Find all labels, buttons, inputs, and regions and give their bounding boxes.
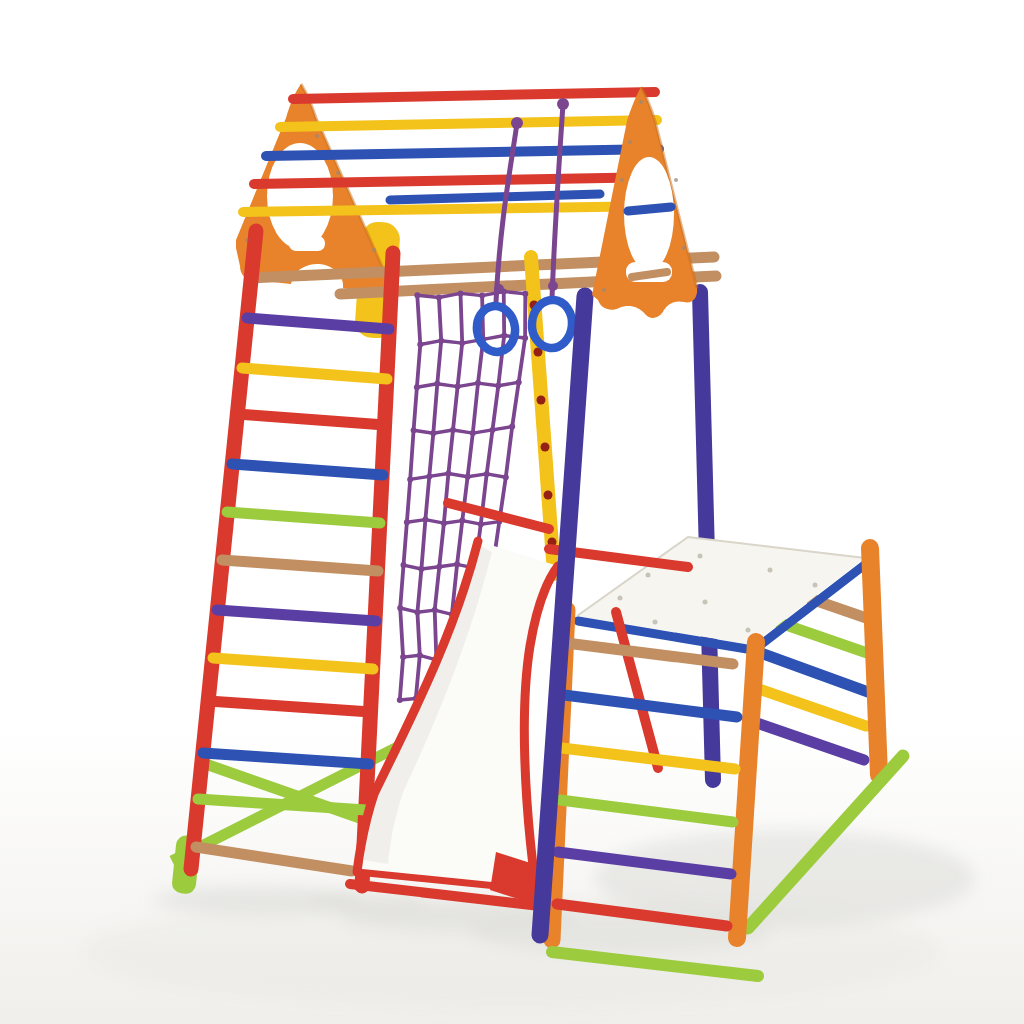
net-knot xyxy=(404,519,410,525)
net-knot xyxy=(422,517,428,523)
rope-knot-top-2 xyxy=(557,98,569,110)
net-knot xyxy=(470,430,476,436)
net-knot xyxy=(503,474,509,480)
play-gym-illustration xyxy=(0,0,1024,1024)
net-knot xyxy=(516,379,522,385)
net-knot xyxy=(495,383,501,389)
net-knot xyxy=(438,338,444,344)
net-knot xyxy=(426,473,432,479)
net-knot xyxy=(450,427,456,433)
net-rope xyxy=(504,292,526,294)
net-knot xyxy=(445,471,451,477)
net-knot xyxy=(501,333,507,339)
far-bar-through-cutout xyxy=(628,207,671,211)
net-knot xyxy=(401,562,407,568)
net-rope xyxy=(441,341,462,343)
net-knot xyxy=(475,380,481,386)
left-gable-slot-cutout xyxy=(289,236,325,251)
net-rope xyxy=(439,298,441,341)
roof-bar-5 xyxy=(243,206,663,212)
net-knot xyxy=(459,340,465,346)
net-knot xyxy=(432,607,438,613)
net-knot xyxy=(478,521,484,527)
net-knot xyxy=(414,292,420,298)
net-knot xyxy=(522,335,528,341)
rope-knot-bar-2 xyxy=(548,281,558,291)
net-rope xyxy=(417,612,419,655)
net-knot xyxy=(434,381,440,387)
net-knot xyxy=(459,518,465,524)
net-knot xyxy=(418,566,424,572)
roof-bar-2 xyxy=(280,120,657,127)
net-knot xyxy=(397,697,403,703)
net-knot xyxy=(407,476,413,482)
bench-post-rear-right xyxy=(870,548,879,775)
net-knot xyxy=(411,427,417,433)
net-knot xyxy=(490,427,496,433)
dowel-through-slot xyxy=(632,272,667,277)
net-knot xyxy=(458,290,464,296)
net-knot xyxy=(465,474,471,480)
product-photo-play-gym xyxy=(0,0,1024,1024)
net-knot xyxy=(454,561,460,567)
net-knot xyxy=(436,564,442,570)
shadow-broad xyxy=(82,897,942,1007)
net-knot xyxy=(400,654,406,660)
net-knot xyxy=(436,295,442,301)
net-knot xyxy=(484,471,490,477)
net-knot xyxy=(441,520,447,526)
net-knot xyxy=(417,342,423,348)
net-knot xyxy=(479,293,485,299)
net-knot xyxy=(417,652,423,658)
net-knot xyxy=(397,605,403,611)
net-knot xyxy=(455,384,461,390)
roof-bar-4 xyxy=(254,177,661,184)
rope-knot-bar-1 xyxy=(494,284,504,294)
net-knot xyxy=(509,424,515,430)
roof-bar-3 xyxy=(266,149,659,156)
roof-bar-far-blue xyxy=(390,194,600,200)
net-knot xyxy=(414,384,420,390)
net-knot xyxy=(522,291,528,297)
net-knot xyxy=(414,609,420,615)
net-rope xyxy=(461,293,463,343)
rope-knot-top-1 xyxy=(511,117,523,129)
net-rope xyxy=(417,295,439,297)
roof-bar-1 xyxy=(293,92,655,99)
net-knot xyxy=(430,430,436,436)
net-rope xyxy=(461,293,483,295)
